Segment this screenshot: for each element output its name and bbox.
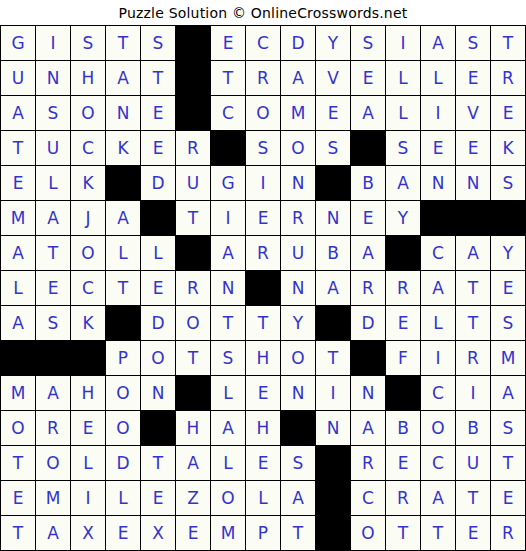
- letter-cell-r4c12: S: [386, 131, 420, 165]
- black-cell-r3c6: [176, 96, 210, 130]
- letter-cell-r11c15: A: [491, 376, 525, 410]
- letter-cell-r12c7: A: [211, 411, 245, 445]
- black-cell-r8c8: [246, 271, 280, 305]
- page-title: Puzzle Solution © OnlineCrosswords.net: [0, 0, 526, 25]
- letter-cell-r14c11: C: [351, 481, 385, 515]
- letter-cell-r6c7: I: [211, 201, 245, 235]
- letter-cell-r8c14: T: [456, 271, 490, 305]
- black-cell-r6c5: [141, 201, 175, 235]
- letter-cell-r9c1: A: [1, 306, 35, 340]
- letter-cell-r9c7: T: [211, 306, 245, 340]
- black-cell-r7c6: [176, 236, 210, 270]
- letter-cell-r15c13: T: [421, 516, 455, 550]
- letter-cell-r4c13: E: [421, 131, 455, 165]
- letter-cell-r9c5: D: [141, 306, 175, 340]
- black-cell-r2c6: [176, 61, 210, 95]
- letter-cell-r5c14: N: [456, 166, 490, 200]
- letter-cell-r8c2: E: [36, 271, 70, 305]
- letter-cell-r2c1: U: [1, 61, 35, 95]
- letter-cell-r11c8: E: [246, 376, 280, 410]
- black-cell-r11c6: [176, 376, 210, 410]
- black-cell-r12c9: [281, 411, 315, 445]
- letter-cell-r13c8: E: [246, 446, 280, 480]
- letter-cell-r11c9: N: [281, 376, 315, 410]
- letter-cell-r14c8: L: [246, 481, 280, 515]
- letter-cell-r4c8: S: [246, 131, 280, 165]
- letter-cell-r4c14: E: [456, 131, 490, 165]
- letter-cell-r12c1: O: [1, 411, 35, 445]
- page: Puzzle Solution © OnlineCrosswords.net G…: [0, 0, 526, 551]
- black-cell-r15c10: [316, 516, 350, 550]
- letter-cell-r10c6: T: [176, 341, 210, 375]
- black-cell-r14c10: [316, 481, 350, 515]
- letter-cell-r3c12: L: [386, 96, 420, 130]
- letter-cell-r10c5: O: [141, 341, 175, 375]
- letter-cell-r7c4: L: [106, 236, 140, 270]
- black-cell-r11c12: [386, 376, 420, 410]
- letter-cell-r8c1: L: [1, 271, 35, 305]
- letter-cell-r5c12: A: [386, 166, 420, 200]
- letter-cell-r3c11: A: [351, 96, 385, 130]
- black-cell-r10c11: [351, 341, 385, 375]
- letter-cell-r10c13: I: [421, 341, 455, 375]
- letter-cell-r5c6: U: [176, 166, 210, 200]
- letter-cell-r4c4: K: [106, 131, 140, 165]
- letter-cell-r6c6: T: [176, 201, 210, 235]
- letter-cell-r15c3: X: [71, 516, 105, 550]
- letter-cell-r4c3: C: [71, 131, 105, 165]
- letter-cell-r3c7: C: [211, 96, 245, 130]
- letter-cell-r14c2: M: [36, 481, 70, 515]
- letter-cell-r12c12: B: [386, 411, 420, 445]
- letter-cell-r1c11: S: [351, 26, 385, 60]
- letter-cell-r1c12: I: [386, 26, 420, 60]
- letter-cell-r10c14: R: [456, 341, 490, 375]
- letter-cell-r9c15: S: [491, 306, 525, 340]
- letter-cell-r10c8: H: [246, 341, 280, 375]
- letter-cell-r10c9: O: [281, 341, 315, 375]
- letter-cell-r7c5: L: [141, 236, 175, 270]
- letter-cell-r8c3: C: [71, 271, 105, 305]
- letter-cell-r2c9: A: [281, 61, 315, 95]
- letter-cell-r9c6: O: [176, 306, 210, 340]
- letter-cell-r2c10: V: [316, 61, 350, 95]
- letter-cell-r8c5: E: [141, 271, 175, 305]
- letter-cell-r11c1: M: [1, 376, 35, 410]
- letter-cell-r8c9: N: [281, 271, 315, 305]
- letter-cell-r15c6: E: [176, 516, 210, 550]
- letter-cell-r13c1: T: [1, 446, 35, 480]
- letter-cell-r14c4: L: [106, 481, 140, 515]
- letter-cell-r14c3: I: [71, 481, 105, 515]
- black-cell-r4c7: [211, 131, 245, 165]
- letter-cell-r4c15: K: [491, 131, 525, 165]
- letter-cell-r1c7: E: [211, 26, 245, 60]
- letter-cell-r9c3: K: [71, 306, 105, 340]
- letter-cell-r2c8: R: [246, 61, 280, 95]
- letter-cell-r3c5: E: [141, 96, 175, 130]
- letter-cell-r6c8: E: [246, 201, 280, 235]
- letter-cell-r15c7: M: [211, 516, 245, 550]
- letter-cell-r7c10: B: [316, 236, 350, 270]
- letter-cell-r15c14: E: [456, 516, 490, 550]
- letter-cell-r10c10: T: [316, 341, 350, 375]
- letter-cell-r12c15: S: [491, 411, 525, 445]
- black-cell-r6c14: [456, 201, 490, 235]
- letter-cell-r14c13: A: [421, 481, 455, 515]
- letter-cell-r11c11: N: [351, 376, 385, 410]
- letter-cell-r10c4: P: [106, 341, 140, 375]
- letter-cell-r14c14: T: [456, 481, 490, 515]
- letter-cell-r8c11: R: [351, 271, 385, 305]
- letter-cell-r11c13: C: [421, 376, 455, 410]
- letter-cell-r8c12: R: [386, 271, 420, 305]
- letter-cell-r2c5: T: [141, 61, 175, 95]
- letter-cell-r14c6: Z: [176, 481, 210, 515]
- letter-cell-r6c11: E: [351, 201, 385, 235]
- letter-cell-r10c7: S: [211, 341, 245, 375]
- letter-cell-r1c15: T: [491, 26, 525, 60]
- letter-cell-r4c9: O: [281, 131, 315, 165]
- black-cell-r9c10: [316, 306, 350, 340]
- letter-cell-r5c13: N: [421, 166, 455, 200]
- letter-cell-r7c1: A: [1, 236, 35, 270]
- letter-cell-r12c3: E: [71, 411, 105, 445]
- letter-cell-r14c5: E: [141, 481, 175, 515]
- letter-cell-r9c12: E: [386, 306, 420, 340]
- letter-cell-r4c6: R: [176, 131, 210, 165]
- letter-cell-r11c10: I: [316, 376, 350, 410]
- letter-cell-r13c4: D: [106, 446, 140, 480]
- letter-cell-r8c6: R: [176, 271, 210, 305]
- letter-cell-r15c12: T: [386, 516, 420, 550]
- letter-cell-r12c13: O: [421, 411, 455, 445]
- black-cell-r12c5: [141, 411, 175, 445]
- letter-cell-r5c15: S: [491, 166, 525, 200]
- letter-cell-r3c1: A: [1, 96, 35, 130]
- letter-cell-r12c4: O: [106, 411, 140, 445]
- letter-cell-r8c15: E: [491, 271, 525, 305]
- letter-cell-r7c15: Y: [491, 236, 525, 270]
- letter-cell-r14c12: R: [386, 481, 420, 515]
- letter-cell-r7c11: A: [351, 236, 385, 270]
- letter-cell-r12c8: H: [246, 411, 280, 445]
- letter-cell-r3c14: V: [456, 96, 490, 130]
- letter-cell-r4c5: E: [141, 131, 175, 165]
- letter-cell-r12c2: R: [36, 411, 70, 445]
- letter-cell-r10c12: F: [386, 341, 420, 375]
- letter-cell-r9c11: D: [351, 306, 385, 340]
- letter-cell-r11c2: A: [36, 376, 70, 410]
- letter-cell-r5c3: K: [71, 166, 105, 200]
- letter-cell-r13c11: R: [351, 446, 385, 480]
- letter-cell-r7c7: A: [211, 236, 245, 270]
- letter-cell-r3c10: E: [316, 96, 350, 130]
- letter-cell-r7c13: C: [421, 236, 455, 270]
- black-cell-r1c6: [176, 26, 210, 60]
- letter-cell-r1c2: I: [36, 26, 70, 60]
- letter-cell-r4c10: S: [316, 131, 350, 165]
- letter-cell-r13c3: L: [71, 446, 105, 480]
- letter-cell-r3c8: O: [246, 96, 280, 130]
- letter-cell-r6c2: A: [36, 201, 70, 235]
- letter-cell-r2c3: H: [71, 61, 105, 95]
- letter-cell-r6c4: A: [106, 201, 140, 235]
- letter-cell-r15c9: T: [281, 516, 315, 550]
- letter-cell-r3c2: S: [36, 96, 70, 130]
- letter-cell-r7c9: U: [281, 236, 315, 270]
- letter-cell-r15c4: E: [106, 516, 140, 550]
- letter-cell-r5c2: L: [36, 166, 70, 200]
- letter-cell-r11c5: N: [141, 376, 175, 410]
- letter-cell-r8c7: N: [211, 271, 245, 305]
- letter-cell-r5c9: N: [281, 166, 315, 200]
- letter-cell-r11c14: I: [456, 376, 490, 410]
- letter-cell-r8c4: T: [106, 271, 140, 305]
- letter-cell-r9c9: Y: [281, 306, 315, 340]
- letter-cell-r5c8: I: [246, 166, 280, 200]
- letter-cell-r6c12: Y: [386, 201, 420, 235]
- letter-cell-r14c15: E: [491, 481, 525, 515]
- letter-cell-r4c1: T: [1, 131, 35, 165]
- black-cell-r5c4: [106, 166, 140, 200]
- letter-cell-r15c15: R: [491, 516, 525, 550]
- black-cell-r5c10: [316, 166, 350, 200]
- letter-cell-r9c13: L: [421, 306, 455, 340]
- letter-cell-r12c11: A: [351, 411, 385, 445]
- letter-cell-r14c7: O: [211, 481, 245, 515]
- letter-cell-r11c7: L: [211, 376, 245, 410]
- letter-cell-r3c15: E: [491, 96, 525, 130]
- letter-cell-r15c11: O: [351, 516, 385, 550]
- letter-cell-r1c5: S: [141, 26, 175, 60]
- letter-cell-r9c8: T: [246, 306, 280, 340]
- black-cell-r10c3: [71, 341, 105, 375]
- letter-cell-r14c9: A: [281, 481, 315, 515]
- letter-cell-r5c5: D: [141, 166, 175, 200]
- letter-cell-r12c14: B: [456, 411, 490, 445]
- letter-cell-r11c4: O: [106, 376, 140, 410]
- letter-cell-r1c4: T: [106, 26, 140, 60]
- letter-cell-r2c15: R: [491, 61, 525, 95]
- letter-cell-r12c10: N: [316, 411, 350, 445]
- letter-cell-r2c13: L: [421, 61, 455, 95]
- black-cell-r13c10: [316, 446, 350, 480]
- letter-cell-r1c14: S: [456, 26, 490, 60]
- letter-cell-r5c11: B: [351, 166, 385, 200]
- letter-cell-r9c2: S: [36, 306, 70, 340]
- letter-cell-r12c6: H: [176, 411, 210, 445]
- letter-cell-r7c14: A: [456, 236, 490, 270]
- letter-cell-r2c14: E: [456, 61, 490, 95]
- letter-cell-r7c3: O: [71, 236, 105, 270]
- letter-cell-r13c6: A: [176, 446, 210, 480]
- letter-cell-r7c8: R: [246, 236, 280, 270]
- letter-cell-r15c8: P: [246, 516, 280, 550]
- letter-cell-r14c1: E: [1, 481, 35, 515]
- letter-cell-r8c10: A: [316, 271, 350, 305]
- letter-cell-r3c9: M: [281, 96, 315, 130]
- letter-cell-r2c2: N: [36, 61, 70, 95]
- letter-cell-r2c4: A: [106, 61, 140, 95]
- letter-cell-r1c8: C: [246, 26, 280, 60]
- letter-cell-r8c13: A: [421, 271, 455, 305]
- letter-cell-r13c14: U: [456, 446, 490, 480]
- letter-cell-r1c9: D: [281, 26, 315, 60]
- letter-cell-r13c13: C: [421, 446, 455, 480]
- letter-cell-r3c13: I: [421, 96, 455, 130]
- letter-cell-r13c7: L: [211, 446, 245, 480]
- letter-cell-r2c12: L: [386, 61, 420, 95]
- letter-cell-r11c3: H: [71, 376, 105, 410]
- black-cell-r10c2: [36, 341, 70, 375]
- letter-cell-r1c1: G: [1, 26, 35, 60]
- letter-cell-r4c2: U: [36, 131, 70, 165]
- letter-cell-r15c1: T: [1, 516, 35, 550]
- black-cell-r4c11: [351, 131, 385, 165]
- black-cell-r7c12: [386, 236, 420, 270]
- letter-cell-r5c7: G: [211, 166, 245, 200]
- letter-cell-r10c15: M: [491, 341, 525, 375]
- letter-cell-r13c9: S: [281, 446, 315, 480]
- letter-cell-r1c10: Y: [316, 26, 350, 60]
- black-cell-r6c15: [491, 201, 525, 235]
- letter-cell-r13c5: T: [141, 446, 175, 480]
- letter-cell-r5c1: E: [1, 166, 35, 200]
- letter-cell-r13c15: T: [491, 446, 525, 480]
- letter-cell-r3c4: N: [106, 96, 140, 130]
- letter-cell-r1c13: A: [421, 26, 455, 60]
- letter-cell-r7c2: T: [36, 236, 70, 270]
- letter-cell-r2c11: E: [351, 61, 385, 95]
- black-cell-r9c4: [106, 306, 140, 340]
- letter-cell-r6c3: J: [71, 201, 105, 235]
- letter-cell-r15c5: X: [141, 516, 175, 550]
- letter-cell-r9c14: T: [456, 306, 490, 340]
- letter-cell-r1c3: S: [71, 26, 105, 60]
- letter-cell-r3c3: O: [71, 96, 105, 130]
- letter-cell-r2c7: T: [211, 61, 245, 95]
- letter-cell-r13c2: O: [36, 446, 70, 480]
- black-cell-r6c13: [421, 201, 455, 235]
- letter-cell-r6c10: N: [316, 201, 350, 235]
- letter-cell-r15c2: A: [36, 516, 70, 550]
- letter-cell-r6c1: M: [1, 201, 35, 235]
- letter-cell-r6c9: R: [281, 201, 315, 235]
- black-cell-r10c1: [1, 341, 35, 375]
- letter-cell-r13c12: E: [386, 446, 420, 480]
- crossword-grid: GISTSECDYSIASTUNHATTRAVELLERASONECOMEALI…: [0, 25, 526, 551]
